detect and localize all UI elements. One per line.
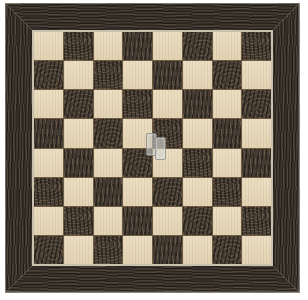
square-g2 <box>213 207 242 235</box>
square-b4 <box>64 149 93 177</box>
square-e6 <box>153 90 182 118</box>
square-e8 <box>153 32 182 60</box>
board-frame-top <box>5 3 300 30</box>
square-h7 <box>242 61 271 89</box>
square-a2 <box>34 207 63 235</box>
square-c8 <box>94 32 123 60</box>
square-b3 <box>64 178 93 206</box>
square-e3 <box>153 178 182 206</box>
square-c1 <box>94 236 123 264</box>
square-d1 <box>123 236 152 264</box>
square-d7 <box>123 61 152 89</box>
square-f7 <box>183 61 212 89</box>
square-a4 <box>34 149 63 177</box>
square-f6 <box>183 90 212 118</box>
square-c4 <box>94 149 123 177</box>
square-g5 <box>213 119 242 147</box>
square-f2 <box>183 207 212 235</box>
board-frame-left <box>5 3 32 293</box>
square-c6 <box>94 90 123 118</box>
square-h6 <box>242 90 271 118</box>
square-h5 <box>242 119 271 147</box>
square-h1 <box>242 236 271 264</box>
square-f1 <box>183 236 212 264</box>
square-a6 <box>34 90 63 118</box>
square-c5 <box>94 119 123 147</box>
square-h8 <box>242 32 271 60</box>
square-g6 <box>213 90 242 118</box>
board-frame-bottom <box>5 266 300 293</box>
product-photo-canvas <box>0 0 308 300</box>
square-b7 <box>64 61 93 89</box>
square-c3 <box>94 178 123 206</box>
square-a7 <box>34 61 63 89</box>
square-f3 <box>183 178 212 206</box>
square-d8 <box>123 32 152 60</box>
square-d2 <box>123 207 152 235</box>
square-g7 <box>213 61 242 89</box>
copy-pages-icon[interactable] <box>146 133 168 162</box>
square-b1 <box>64 236 93 264</box>
square-a1 <box>34 236 63 264</box>
square-g4 <box>213 149 242 177</box>
square-f4 <box>183 149 212 177</box>
square-h2 <box>242 207 271 235</box>
square-d6 <box>123 90 152 118</box>
square-b6 <box>64 90 93 118</box>
square-g3 <box>213 178 242 206</box>
square-b2 <box>64 207 93 235</box>
square-c2 <box>94 207 123 235</box>
square-e7 <box>153 61 182 89</box>
chess-board[interactable] <box>5 3 300 293</box>
copy-page-front-shape <box>155 137 166 160</box>
square-b8 <box>64 32 93 60</box>
square-f5 <box>183 119 212 147</box>
square-c7 <box>94 61 123 89</box>
square-f8 <box>183 32 212 60</box>
square-a5 <box>34 119 63 147</box>
square-h3 <box>242 178 271 206</box>
square-d3 <box>123 178 152 206</box>
square-a3 <box>34 178 63 206</box>
square-b5 <box>64 119 93 147</box>
square-e2 <box>153 207 182 235</box>
square-h4 <box>242 149 271 177</box>
square-e1 <box>153 236 182 264</box>
square-g1 <box>213 236 242 264</box>
board-frame-right <box>273 3 300 293</box>
square-g8 <box>213 32 242 60</box>
square-a8 <box>34 32 63 60</box>
